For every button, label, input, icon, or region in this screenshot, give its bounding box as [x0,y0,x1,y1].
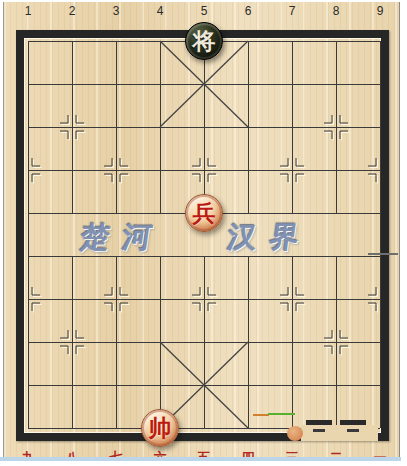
piece-red-soldier[interactable]: 兵 [185,194,223,232]
glitch-orange-cap [287,426,303,441]
file-label-top-1: 1 [19,4,37,18]
file-label-top-3: 3 [107,4,125,18]
glitch-line-green [268,413,295,415]
file-label-top-6: 6 [239,4,257,18]
file-label-top-2: 2 [63,4,81,18]
file-label-top-5: 5 [195,4,213,18]
glitch-line-orange [253,414,269,416]
file-label-top-7: 7 [283,4,301,18]
file-label-top-9: 9 [371,4,389,18]
piece-red-general[interactable]: 帅 [141,409,179,447]
river-text-right: 汉界 [204,219,325,255]
file-label-top-4: 4 [151,4,169,18]
piece-black-general[interactable]: 将 [185,22,223,60]
glitch-dash [347,429,359,432]
bottom-margin [0,461,407,466]
file-label-top-8: 8 [327,4,345,18]
glitch-dash [306,420,332,425]
glitch-line-right [368,253,398,255]
xiangqi-game-window: 123456789 九八七六五四三二一 楚河 汉界 将兵帅 [0,0,407,466]
glitch-dash [313,429,325,432]
glitch-dash [340,420,366,425]
glitch-wood-patch [301,425,378,441]
river-text-left: 楚河 [57,219,178,255]
